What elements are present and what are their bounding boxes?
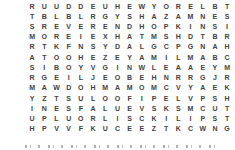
grid-cell[interactable]: A (26, 52, 38, 62)
grid-cell[interactable]: P (38, 124, 50, 134)
grid-cell[interactable]: A (87, 103, 99, 113)
grid-cell[interactable]: T (38, 52, 50, 62)
grid-cell[interactable]: Y (26, 93, 38, 103)
grid-cell[interactable]: L (136, 42, 148, 52)
grid-cell[interactable]: V (136, 103, 148, 113)
grid-cell[interactable]: C (221, 52, 233, 62)
grid-cell[interactable]: O (99, 93, 111, 103)
grid-cell[interactable]: K (172, 21, 184, 31)
grid-cell[interactable]: S (209, 21, 221, 31)
grid-cell[interactable]: A (136, 52, 148, 62)
grid-cell[interactable]: R (26, 73, 38, 83)
grid-cell[interactable]: E (50, 21, 62, 31)
grid-cell[interactable]: O (75, 113, 87, 123)
grid-cell[interactable]: R (87, 11, 99, 21)
grid-cell[interactable]: T (26, 11, 38, 21)
grid-cell[interactable]: T (136, 32, 148, 42)
grid-cell[interactable]: U (209, 103, 221, 113)
grid-cell[interactable]: Y (184, 83, 196, 93)
grid-cell[interactable]: Z (160, 11, 172, 21)
grid-cell[interactable]: H (75, 52, 87, 62)
grid-cell[interactable]: U (50, 1, 62, 11)
grid-cell[interactable]: O (160, 1, 172, 11)
grid-cell[interactable]: I (160, 113, 172, 123)
grid-cell[interactable]: I (38, 62, 50, 72)
grid-cell[interactable]: D (75, 1, 87, 11)
grid-cell[interactable]: G (184, 42, 196, 52)
grid-cell[interactable]: V (50, 124, 62, 134)
grid-cell[interactable]: R (221, 73, 233, 83)
grid-cell[interactable]: S (124, 113, 136, 123)
grid-cell[interactable]: L (99, 103, 111, 113)
grid-cell[interactable]: E (209, 11, 221, 21)
grid-cell[interactable]: R (87, 113, 99, 123)
grid-cell[interactable]: M (221, 62, 233, 72)
grid-cell[interactable]: O (111, 93, 123, 103)
grid-cell[interactable]: A (197, 52, 209, 62)
grid-cell[interactable]: M (124, 83, 136, 93)
grid-cell[interactable]: P (172, 42, 184, 52)
grid-cell[interactable]: K (221, 83, 233, 93)
grid-cell[interactable]: E (124, 124, 136, 134)
grid-cell[interactable]: O (50, 52, 62, 62)
grid-cell[interactable]: L (197, 1, 209, 11)
grid-cell[interactable]: E (87, 1, 99, 11)
grid-cell[interactable]: H (221, 42, 233, 52)
grid-cell[interactable]: S (221, 11, 233, 21)
grid-cell[interactable]: Y (209, 62, 221, 72)
grid-cell[interactable]: V (87, 62, 99, 72)
grid-cell[interactable]: G (148, 42, 160, 52)
grid-cell[interactable]: S (26, 21, 38, 31)
grid-cell[interactable]: L (50, 11, 62, 21)
grid-cell[interactable]: R (50, 32, 62, 42)
grid-cell[interactable]: H (136, 21, 148, 31)
grid-cell[interactable]: R (172, 1, 184, 11)
grid-cell[interactable]: P (148, 93, 160, 103)
grid-cell[interactable]: P (197, 113, 209, 123)
grid-cell[interactable]: V (63, 124, 75, 134)
grid-cell[interactable]: H (136, 11, 148, 21)
grid-cell[interactable]: Y (75, 62, 87, 72)
grid-cell[interactable]: F (63, 42, 75, 52)
grid-cell[interactable]: Y (111, 11, 123, 21)
grid-cell[interactable]: B (124, 73, 136, 83)
grid-cell[interactable]: E (75, 21, 87, 31)
grid-cell[interactable]: C (136, 113, 148, 123)
grid-cell[interactable]: G (99, 11, 111, 21)
grid-cell[interactable]: I (111, 62, 123, 72)
grid-cell[interactable]: H (172, 32, 184, 42)
grid-cell[interactable]: N (197, 42, 209, 52)
grid-cell[interactable]: B (50, 62, 62, 72)
grid-cell[interactable]: I (75, 32, 87, 42)
grid-cell[interactable]: W (136, 62, 148, 72)
grid-cell[interactable]: H (111, 32, 123, 42)
grid-cell[interactable]: K (87, 124, 99, 134)
grid-cell[interactable]: K (148, 113, 160, 123)
grid-cell[interactable]: O (38, 32, 50, 42)
grid-cell[interactable]: A (38, 83, 50, 93)
grid-cell[interactable]: Z (38, 93, 50, 103)
grid-cell[interactable]: M (184, 11, 196, 21)
grid-cell[interactable]: R (26, 42, 38, 52)
grid-cell[interactable]: T (221, 1, 233, 11)
grid-cell[interactable]: T (197, 32, 209, 42)
grid-cell[interactable]: A (148, 11, 160, 21)
grid-cell[interactable]: I (221, 21, 233, 31)
grid-cell[interactable]: C (111, 124, 123, 134)
grid-cell[interactable]: H (221, 93, 233, 103)
grid-cell[interactable]: N (209, 124, 221, 134)
grid-cell[interactable]: Y (124, 52, 136, 62)
grid-cell[interactable]: E (111, 52, 123, 62)
grid-cell[interactable]: R (38, 21, 50, 31)
grid-cell[interactable]: T (221, 103, 233, 113)
grid-cell[interactable]: U (99, 124, 111, 134)
grid-cell[interactable]: L (99, 113, 111, 123)
grid-cell[interactable]: S (172, 103, 184, 113)
grid-cell[interactable]: E (87, 52, 99, 62)
grid-cell[interactable]: F (75, 103, 87, 113)
grid-cell[interactable]: A (209, 42, 221, 52)
grid-cell[interactable]: L (75, 73, 87, 83)
grid-cell[interactable]: O (63, 62, 75, 72)
grid-cell[interactable]: R (184, 73, 196, 83)
grid-cell[interactable]: S (63, 93, 75, 103)
grid-cell[interactable]: S (124, 11, 136, 21)
grid-cell[interactable]: S (26, 62, 38, 72)
grid-cell[interactable]: T (50, 93, 62, 103)
grid-cell[interactable]: R (87, 21, 99, 31)
grid-cell[interactable]: S (63, 103, 75, 113)
grid-cell[interactable]: Y (99, 42, 111, 52)
grid-cell[interactable]: B (38, 11, 50, 21)
grid-cell[interactable]: G (197, 73, 209, 83)
grid-cell[interactable]: U (38, 1, 50, 11)
grid-cell[interactable]: M (184, 52, 196, 62)
grid-cell[interactable]: H (87, 83, 99, 93)
grid-cell[interactable]: I (184, 113, 196, 123)
grid-cell[interactable]: N (124, 62, 136, 72)
grid-cell[interactable]: S (209, 113, 221, 123)
grid-cell[interactable]: E (99, 73, 111, 83)
grid-cell[interactable]: U (111, 103, 123, 113)
grid-cell[interactable]: M (26, 32, 38, 42)
grid-cell[interactable]: C (184, 124, 196, 134)
grid-cell[interactable]: O (136, 83, 148, 93)
grid-cell[interactable]: I (26, 103, 38, 113)
grid-cell[interactable]: E (160, 93, 172, 103)
grid-cell[interactable]: A (111, 83, 123, 93)
grid-cell[interactable]: B (63, 11, 75, 21)
grid-cell[interactable]: N (197, 21, 209, 31)
grid-cell[interactable]: P (197, 93, 209, 103)
grid-cell[interactable]: V (172, 83, 184, 93)
grid-cell[interactable]: S (87, 42, 99, 52)
grid-cell[interactable]: P (160, 21, 172, 31)
grid-cell[interactable]: I (184, 21, 196, 31)
grid-cell[interactable]: S (209, 93, 221, 103)
grid-cell[interactable]: E (50, 103, 62, 113)
grid-cell[interactable]: R (172, 73, 184, 83)
grid-cell[interactable]: I (63, 73, 75, 83)
grid-cell[interactable]: G (99, 62, 111, 72)
grid-cell[interactable]: R (221, 32, 233, 42)
grid-cell[interactable]: A (197, 83, 209, 93)
grid-cell[interactable]: H (148, 73, 160, 83)
grid-cell[interactable]: T (38, 42, 50, 52)
grid-cell[interactable]: B (209, 1, 221, 11)
grid-cell[interactable]: N (38, 103, 50, 113)
grid-cell[interactable]: C (160, 42, 172, 52)
grid-cell[interactable]: Z (148, 124, 160, 134)
grid-cell[interactable]: A (184, 62, 196, 72)
grid-cell[interactable]: N (111, 21, 123, 31)
word-search-board: RUUDDEUHEWYORELBTTBLBLRGYSHAZAMNESSREVER… (26, 1, 233, 134)
grid-cell[interactable]: X (99, 32, 111, 42)
grid-cell[interactable]: E (99, 21, 111, 31)
grid-cell[interactable]: O (63, 52, 75, 62)
grid-cell[interactable]: L (87, 93, 99, 103)
grid-cell[interactable]: S (160, 32, 172, 42)
grid-cell[interactable]: V (63, 21, 75, 31)
grid-cell[interactable]: E (124, 1, 136, 11)
grid-cell[interactable]: D (124, 21, 136, 31)
grid-cell[interactable]: M (148, 32, 160, 42)
grid-cell[interactable]: N (160, 73, 172, 83)
grid-cell[interactable]: I (111, 113, 123, 123)
grid-cell[interactable]: I (136, 93, 148, 103)
grid-cell[interactable]: L (75, 11, 87, 21)
grid-cell[interactable]: D (184, 32, 196, 42)
grid-cell[interactable]: D (63, 83, 75, 93)
grid-cell[interactable]: W (197, 124, 209, 134)
grid-cell[interactable]: B (209, 52, 221, 62)
grid-cell[interactable]: U (99, 1, 111, 11)
grid-cell[interactable]: O (148, 21, 160, 31)
grid-cell[interactable]: N (75, 42, 87, 52)
grid-cell[interactable]: M (148, 83, 160, 93)
grid-cell[interactable]: M (26, 83, 38, 93)
grid-cell[interactable]: E (50, 73, 62, 83)
grid-cell[interactable]: K (50, 42, 62, 52)
grid-cell[interactable]: A (124, 32, 136, 42)
grid-cell[interactable]: T (221, 113, 233, 123)
grid-cell[interactable]: V (184, 93, 196, 103)
grid-cell[interactable]: W (50, 83, 62, 93)
grid-cell[interactable]: E (209, 83, 221, 93)
grid-cell[interactable]: W (136, 1, 148, 11)
grid-cell[interactable]: E (136, 73, 148, 83)
grid-cell[interactable]: H (111, 1, 123, 11)
grid-cell[interactable]: E (160, 62, 172, 72)
grid-cell[interactable]: B (209, 32, 221, 42)
grid-cell[interactable]: S (148, 103, 160, 113)
grid-cell[interactable]: F (75, 124, 87, 134)
grid-cell[interactable]: G (221, 124, 233, 134)
grid-cell[interactable]: J (87, 73, 99, 83)
grid-cell[interactable]: M (148, 52, 160, 62)
grid-cell[interactable]: E (136, 124, 148, 134)
grid-cell[interactable]: L (172, 113, 184, 123)
grid-cell[interactable]: E (87, 32, 99, 42)
grid-cell[interactable]: K (160, 103, 172, 113)
cutoff-text-line (25, 145, 217, 148)
grid-cell[interactable]: U (75, 93, 87, 103)
grid-cell[interactable]: L (148, 62, 160, 72)
grid-cell[interactable]: L (172, 52, 184, 62)
grid-cell[interactable]: I (160, 52, 172, 62)
grid-cell[interactable]: E (124, 103, 136, 113)
grid-cell[interactable]: R (26, 1, 38, 11)
grid-cell[interactable]: P (38, 113, 50, 123)
grid-cell[interactable]: M (99, 83, 111, 93)
grid-cell[interactable]: E (184, 1, 196, 11)
grid-cell[interactable]: G (38, 73, 50, 83)
grid-cell[interactable]: D (111, 42, 123, 52)
grid-cell[interactable]: U (63, 113, 75, 123)
grid-cell[interactable]: H (26, 124, 38, 134)
grid-cell[interactable]: L (50, 113, 62, 123)
grid-cell[interactable]: A (124, 42, 136, 52)
grid-cell[interactable]: F (124, 93, 136, 103)
grid-cell[interactable]: N (197, 11, 209, 21)
grid-cell[interactable]: O (111, 73, 123, 83)
grid-cell[interactable]: O (75, 83, 87, 93)
grid-cell[interactable]: C (197, 103, 209, 113)
grid-cell[interactable]: C (160, 83, 172, 93)
grid-cell[interactable]: A (172, 62, 184, 72)
grid-cell[interactable]: E (63, 32, 75, 42)
grid-cell[interactable]: M (184, 103, 196, 113)
grid-cell[interactable]: T (160, 124, 172, 134)
grid-cell[interactable]: A (172, 11, 184, 21)
grid-cell[interactable]: K (172, 124, 184, 134)
grid-cell[interactable]: E (197, 62, 209, 72)
grid-cell[interactable]: U (26, 113, 38, 123)
grid-cell[interactable]: J (209, 73, 221, 83)
grid-cell[interactable]: Z (99, 52, 111, 62)
grid-cell[interactable]: L (172, 93, 184, 103)
grid-cell[interactable]: Y (148, 1, 160, 11)
grid-cell[interactable]: D (63, 1, 75, 11)
